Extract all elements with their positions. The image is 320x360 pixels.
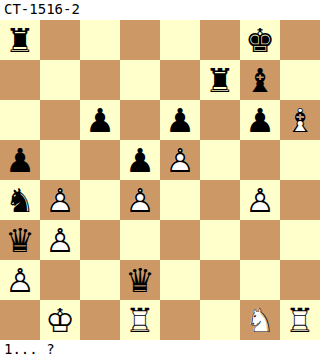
square-c8[interactable] — [80, 20, 120, 60]
square-e6[interactable]: ♟ — [160, 100, 200, 140]
diagram-title: CT-1516-2 — [0, 0, 320, 20]
white-pawn-outline-glyph: ♙ — [40, 180, 80, 220]
square-a5[interactable]: ♟ — [0, 140, 40, 180]
square-h4[interactable] — [280, 180, 320, 220]
piece-white-pawn: ♟♙ — [120, 180, 160, 220]
square-c2[interactable] — [80, 260, 120, 300]
square-a4[interactable]: ♞ — [0, 180, 40, 220]
square-e7[interactable] — [160, 60, 200, 100]
piece-white-pawn: ♟♙ — [0, 260, 40, 300]
square-e8[interactable] — [160, 20, 200, 60]
square-b4[interactable]: ♟♙ — [40, 180, 80, 220]
square-b3[interactable]: ♟♙ — [40, 220, 80, 260]
square-e3[interactable] — [160, 220, 200, 260]
square-a3[interactable]: ♛ — [0, 220, 40, 260]
piece-white-pawn: ♟♙ — [160, 140, 200, 180]
square-h3[interactable] — [280, 220, 320, 260]
square-a6[interactable] — [0, 100, 40, 140]
square-h6[interactable]: ♝♗ — [280, 100, 320, 140]
piece-black-rook: ♜ — [200, 60, 240, 100]
square-d3[interactable] — [120, 220, 160, 260]
square-e4[interactable] — [160, 180, 200, 220]
piece-black-pawn: ♟ — [80, 100, 120, 140]
white-rook-outline-glyph: ♖ — [120, 300, 160, 340]
piece-black-king: ♚ — [240, 20, 280, 60]
square-h5[interactable] — [280, 140, 320, 180]
white-pawn-outline-glyph: ♙ — [240, 180, 280, 220]
piece-white-knight: ♞♘ — [240, 300, 280, 340]
square-c4[interactable] — [80, 180, 120, 220]
square-g8[interactable]: ♚ — [240, 20, 280, 60]
square-b8[interactable] — [40, 20, 80, 60]
square-f2[interactable] — [200, 260, 240, 300]
square-d6[interactable] — [120, 100, 160, 140]
square-c7[interactable] — [80, 60, 120, 100]
piece-white-pawn: ♟♙ — [240, 180, 280, 220]
square-g3[interactable] — [240, 220, 280, 260]
square-f7[interactable]: ♜ — [200, 60, 240, 100]
square-g2[interactable] — [240, 260, 280, 300]
square-g6[interactable]: ♟ — [240, 100, 280, 140]
square-d5[interactable]: ♟ — [120, 140, 160, 180]
square-g5[interactable] — [240, 140, 280, 180]
piece-black-knight: ♞ — [0, 180, 40, 220]
square-a2[interactable]: ♟♙ — [0, 260, 40, 300]
square-a8[interactable]: ♜ — [0, 20, 40, 60]
square-c3[interactable] — [80, 220, 120, 260]
chess-board: ♜♚♜♝♟♟♟♝♗♟♟♟♙♞♟♙♟♙♟♙♛♟♙♟♙♛♚♔♜♖♞♘♜♖ — [0, 20, 320, 340]
square-g1[interactable]: ♞♘ — [240, 300, 280, 340]
piece-black-rook: ♜ — [0, 20, 40, 60]
square-d7[interactable] — [120, 60, 160, 100]
square-c6[interactable]: ♟ — [80, 100, 120, 140]
piece-black-pawn: ♟ — [0, 140, 40, 180]
piece-black-pawn: ♟ — [120, 140, 160, 180]
square-b2[interactable] — [40, 260, 80, 300]
square-f3[interactable] — [200, 220, 240, 260]
square-g4[interactable]: ♟♙ — [240, 180, 280, 220]
square-c5[interactable] — [80, 140, 120, 180]
white-pawn-outline-glyph: ♙ — [120, 180, 160, 220]
square-b5[interactable] — [40, 140, 80, 180]
move-prompt: 1... ? — [0, 340, 320, 360]
square-g7[interactable]: ♝ — [240, 60, 280, 100]
piece-black-pawn: ♟ — [160, 100, 200, 140]
square-c1[interactable] — [80, 300, 120, 340]
square-b6[interactable] — [40, 100, 80, 140]
square-d2[interactable]: ♛ — [120, 260, 160, 300]
piece-white-bishop: ♝♗ — [280, 100, 320, 140]
square-b1[interactable]: ♚♔ — [40, 300, 80, 340]
square-h7[interactable] — [280, 60, 320, 100]
square-b7[interactable] — [40, 60, 80, 100]
white-bishop-outline-glyph: ♗ — [280, 100, 320, 140]
square-e1[interactable] — [160, 300, 200, 340]
square-f1[interactable] — [200, 300, 240, 340]
white-pawn-outline-glyph: ♙ — [40, 220, 80, 260]
square-a1[interactable] — [0, 300, 40, 340]
piece-black-pawn: ♟ — [240, 100, 280, 140]
square-f5[interactable] — [200, 140, 240, 180]
piece-white-rook: ♜♖ — [280, 300, 320, 340]
square-h8[interactable] — [280, 20, 320, 60]
square-d1[interactable]: ♜♖ — [120, 300, 160, 340]
square-h2[interactable] — [280, 260, 320, 300]
piece-black-queen: ♛ — [0, 220, 40, 260]
piece-black-bishop: ♝ — [240, 60, 280, 100]
square-h1[interactable]: ♜♖ — [280, 300, 320, 340]
square-f4[interactable] — [200, 180, 240, 220]
piece-white-rook: ♜♖ — [120, 300, 160, 340]
square-a7[interactable] — [0, 60, 40, 100]
square-d8[interactable] — [120, 20, 160, 60]
square-f6[interactable] — [200, 100, 240, 140]
square-f8[interactable] — [200, 20, 240, 60]
square-d4[interactable]: ♟♙ — [120, 180, 160, 220]
piece-black-queen: ♛ — [120, 260, 160, 300]
piece-white-pawn: ♟♙ — [40, 180, 80, 220]
piece-white-pawn: ♟♙ — [40, 220, 80, 260]
white-rook-outline-glyph: ♖ — [280, 300, 320, 340]
white-pawn-outline-glyph: ♙ — [160, 140, 200, 180]
square-e5[interactable]: ♟♙ — [160, 140, 200, 180]
piece-white-king: ♚♔ — [40, 300, 80, 340]
white-king-outline-glyph: ♔ — [40, 300, 80, 340]
white-pawn-outline-glyph: ♙ — [0, 260, 40, 300]
square-e2[interactable] — [160, 260, 200, 300]
white-knight-outline-glyph: ♘ — [240, 300, 280, 340]
